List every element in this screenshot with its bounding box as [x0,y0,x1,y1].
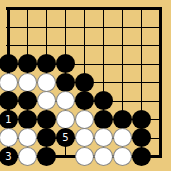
stone-black[interactable] [37,147,56,166]
stone-white[interactable] [37,73,56,92]
move-number-label: 3 [5,152,11,162]
stone-white[interactable] [75,147,94,166]
stone-black-move-5[interactable]: 5 [56,128,75,147]
stone-white[interactable] [94,147,113,166]
stone-black[interactable] [132,128,151,147]
stone-white[interactable] [75,110,94,129]
stone-white[interactable] [18,73,37,92]
stone-black[interactable] [56,54,75,73]
stone-black[interactable] [132,147,151,166]
stone-black[interactable] [18,110,37,129]
stone-white[interactable] [18,147,37,166]
stone-white[interactable] [56,110,75,129]
stone-white[interactable] [75,128,94,147]
stone-white[interactable] [18,128,37,147]
stone-black[interactable] [75,91,94,110]
stone-black[interactable] [37,54,56,73]
stone-white[interactable] [113,147,132,166]
move-number-label: 1 [5,115,11,125]
board-grid-line [6,27,162,28]
stone-black[interactable] [0,54,18,73]
stone-black[interactable] [94,91,113,110]
move-number-label: 5 [62,133,68,143]
stone-black[interactable] [56,73,75,92]
stone-black[interactable] [132,110,151,129]
stone-black-move-1[interactable]: 1 [0,110,18,129]
stone-white[interactable] [0,128,18,147]
stone-white[interactable] [56,91,75,110]
stone-black[interactable] [75,73,94,92]
stone-white[interactable] [37,91,56,110]
stone-black[interactable] [37,128,56,147]
stone-black[interactable] [18,91,37,110]
go-board-diagram: 153 [0,0,171,171]
stone-black[interactable] [94,110,113,129]
stone-white[interactable] [113,128,132,147]
stone-black[interactable] [37,110,56,129]
stone-white[interactable] [0,73,18,92]
stone-black[interactable] [18,54,37,73]
board-grid-line [6,45,162,46]
board-border-line [6,7,162,10]
stone-black-move-3[interactable]: 3 [0,147,18,166]
stone-black[interactable] [113,110,132,129]
stone-white[interactable] [94,128,113,147]
stone-black[interactable] [0,91,18,110]
